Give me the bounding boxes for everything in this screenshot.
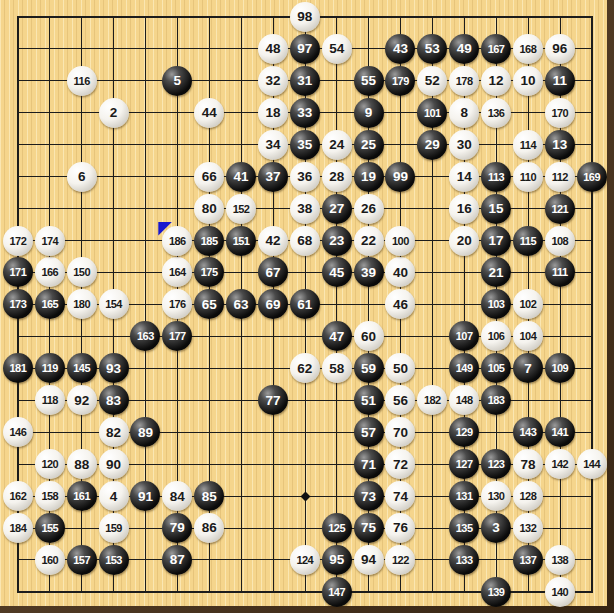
stone-white-136[interactable]: 136 <box>481 98 511 128</box>
stone-white-180[interactable]: 180 <box>67 289 97 319</box>
stone-white-158[interactable]: 158 <box>35 481 65 511</box>
stone-white-132[interactable]: 132 <box>513 513 543 543</box>
stone-white-38[interactable]: 38 <box>290 194 320 224</box>
stone-white-152[interactable]: 152 <box>226 194 256 224</box>
stone-white-52[interactable]: 52 <box>417 66 447 96</box>
stone-white-144[interactable]: 144 <box>577 449 607 479</box>
stone-black-69[interactable]: 69 <box>258 289 288 319</box>
stone-white-116[interactable]: 116 <box>67 66 97 96</box>
stone-white-96[interactable]: 96 <box>545 34 575 64</box>
stone-white-4[interactable]: 4 <box>99 481 129 511</box>
stone-black-127[interactable]: 127 <box>449 449 479 479</box>
stone-white-12[interactable]: 12 <box>481 66 511 96</box>
stone-black-147[interactable]: 147 <box>322 577 352 607</box>
stone-black-77[interactable]: 77 <box>258 385 288 415</box>
stone-white-20[interactable]: 20 <box>449 226 479 256</box>
stone-black-103[interactable]: 103 <box>481 289 511 319</box>
stone-black-113[interactable]: 113 <box>481 162 511 192</box>
stone-black-151[interactable]: 151 <box>226 226 256 256</box>
stone-black-139[interactable]: 139 <box>481 577 511 607</box>
stone-black-19[interactable]: 19 <box>354 162 384 192</box>
stone-black-121[interactable]: 121 <box>545 194 575 224</box>
stone-white-26[interactable]: 26 <box>354 194 384 224</box>
stone-white-44[interactable]: 44 <box>194 98 224 128</box>
stone-black-149[interactable]: 149 <box>449 353 479 383</box>
stone-black-87[interactable]: 87 <box>162 545 192 575</box>
stone-white-42[interactable]: 42 <box>258 226 288 256</box>
stone-black-67[interactable]: 67 <box>258 257 288 287</box>
stone-black-57[interactable]: 57 <box>354 417 384 447</box>
stone-black-17[interactable]: 17 <box>481 226 511 256</box>
stone-black-79[interactable]: 79 <box>162 513 192 543</box>
stone-black-93[interactable]: 93 <box>99 353 129 383</box>
stone-black-29[interactable]: 29 <box>417 130 447 160</box>
stone-black-141[interactable]: 141 <box>545 417 575 447</box>
stone-black-137[interactable]: 137 <box>513 545 543 575</box>
stone-black-175[interactable]: 175 <box>194 257 224 287</box>
stone-black-109[interactable]: 109 <box>545 353 575 383</box>
stone-white-154[interactable]: 154 <box>99 289 129 319</box>
stone-black-177[interactable]: 177 <box>162 321 192 351</box>
stone-white-184[interactable]: 184 <box>3 513 33 543</box>
stone-black-13[interactable]: 13 <box>545 130 575 160</box>
stone-white-112[interactable]: 112 <box>545 162 575 192</box>
stone-black-85[interactable]: 85 <box>194 481 224 511</box>
stone-black-167[interactable]: 167 <box>481 34 511 64</box>
stone-black-27[interactable]: 27 <box>322 194 352 224</box>
stone-white-124[interactable]: 124 <box>290 545 320 575</box>
stone-white-88[interactable]: 88 <box>67 449 97 479</box>
stone-black-33[interactable]: 33 <box>290 98 320 128</box>
stones-grid: 2345678910111213141516171819202122232425… <box>2 1 608 608</box>
stone-white-148[interactable]: 148 <box>449 385 479 415</box>
stone-black-145[interactable]: 145 <box>67 353 97 383</box>
stone-black-99[interactable]: 99 <box>385 162 415 192</box>
stone-white-102[interactable]: 102 <box>513 289 543 319</box>
stone-white-40[interactable]: 40 <box>385 257 415 287</box>
stone-black-155[interactable]: 155 <box>35 513 65 543</box>
stone-white-68[interactable]: 68 <box>290 226 320 256</box>
stone-white-28[interactable]: 28 <box>322 162 352 192</box>
stone-black-91[interactable]: 91 <box>130 481 160 511</box>
stone-white-108[interactable]: 108 <box>545 226 575 256</box>
stone-black-23[interactable]: 23 <box>322 226 352 256</box>
stone-black-75[interactable]: 75 <box>354 513 384 543</box>
stone-white-166[interactable]: 166 <box>35 257 65 287</box>
stone-white-128[interactable]: 128 <box>513 481 543 511</box>
stone-black-101[interactable]: 101 <box>417 98 447 128</box>
stone-black-169[interactable]: 169 <box>577 162 607 192</box>
stone-black-39[interactable]: 39 <box>354 257 384 287</box>
stone-white-182[interactable]: 182 <box>417 385 447 415</box>
stone-white-98[interactable]: 98 <box>290 2 320 32</box>
stone-white-18[interactable]: 18 <box>258 98 288 128</box>
stone-white-8[interactable]: 8 <box>449 98 479 128</box>
stone-white-86[interactable]: 86 <box>194 513 224 543</box>
stone-white-92[interactable]: 92 <box>67 385 97 415</box>
stone-white-74[interactable]: 74 <box>385 481 415 511</box>
stone-black-63[interactable]: 63 <box>226 289 256 319</box>
go-board[interactable]: 2345678910111213141516171819202122232425… <box>0 0 614 613</box>
stone-black-15[interactable]: 15 <box>481 194 511 224</box>
stone-white-62[interactable]: 62 <box>290 353 320 383</box>
stone-black-125[interactable]: 125 <box>322 513 352 543</box>
stone-white-104[interactable]: 104 <box>513 321 543 351</box>
stone-white-34[interactable]: 34 <box>258 130 288 160</box>
stone-black-9[interactable]: 9 <box>354 98 384 128</box>
stone-black-129[interactable]: 129 <box>449 417 479 447</box>
stone-black-21[interactable]: 21 <box>481 257 511 287</box>
stone-black-37[interactable]: 37 <box>258 162 288 192</box>
stone-white-50[interactable]: 50 <box>385 353 415 383</box>
stone-white-164[interactable]: 164 <box>162 257 192 287</box>
stone-white-120[interactable]: 120 <box>35 449 65 479</box>
stone-white-84[interactable]: 84 <box>162 481 192 511</box>
stone-white-146[interactable]: 146 <box>3 417 33 447</box>
stone-white-170[interactable]: 170 <box>545 98 575 128</box>
stone-white-150[interactable]: 150 <box>67 257 97 287</box>
stone-black-181[interactable]: 181 <box>3 353 33 383</box>
stone-white-94[interactable]: 94 <box>354 545 384 575</box>
stone-black-43[interactable]: 43 <box>385 34 415 64</box>
stone-white-110[interactable]: 110 <box>513 162 543 192</box>
stone-white-80[interactable]: 80 <box>194 194 224 224</box>
stone-black-59[interactable]: 59 <box>354 353 384 383</box>
stone-white-118[interactable]: 118 <box>35 385 65 415</box>
stone-white-22[interactable]: 22 <box>354 226 384 256</box>
stone-black-135[interactable]: 135 <box>449 513 479 543</box>
stone-white-114[interactable]: 114 <box>513 130 543 160</box>
stone-black-165[interactable]: 165 <box>35 289 65 319</box>
stone-white-32[interactable]: 32 <box>258 66 288 96</box>
stone-black-153[interactable]: 153 <box>99 545 129 575</box>
stone-white-14[interactable]: 14 <box>449 162 479 192</box>
stone-white-159[interactable]: 159 <box>99 513 129 543</box>
stone-black-49[interactable]: 49 <box>449 34 479 64</box>
stone-white-60[interactable]: 60 <box>354 321 384 351</box>
stone-black-47[interactable]: 47 <box>322 321 352 351</box>
stone-black-143[interactable]: 143 <box>513 417 543 447</box>
stone-black-51[interactable]: 51 <box>354 385 384 415</box>
stone-black-89[interactable]: 89 <box>130 417 160 447</box>
stone-white-58[interactable]: 58 <box>322 353 352 383</box>
stone-black-31[interactable]: 31 <box>290 66 320 96</box>
stone-black-183[interactable]: 183 <box>481 385 511 415</box>
stone-black-161[interactable]: 161 <box>67 481 97 511</box>
stone-white-142[interactable]: 142 <box>545 449 575 479</box>
stone-white-30[interactable]: 30 <box>449 130 479 160</box>
stone-black-35[interactable]: 35 <box>290 130 320 160</box>
stone-black-3[interactable]: 3 <box>481 513 511 543</box>
stone-black-111[interactable]: 111 <box>545 257 575 287</box>
stone-white-138[interactable]: 138 <box>545 545 575 575</box>
stone-black-173[interactable]: 173 <box>3 289 33 319</box>
stone-white-172[interactable]: 172 <box>3 226 33 256</box>
stone-black-157[interactable]: 157 <box>67 545 97 575</box>
stone-black-171[interactable]: 171 <box>3 257 33 287</box>
stone-black-185[interactable]: 185 <box>194 226 224 256</box>
stone-black-119[interactable]: 119 <box>35 353 65 383</box>
stone-white-46[interactable]: 46 <box>385 289 415 319</box>
stone-white-6[interactable]: 6 <box>67 162 97 192</box>
stone-black-105[interactable]: 105 <box>481 353 511 383</box>
stone-black-123[interactable]: 123 <box>481 449 511 479</box>
stone-white-176[interactable]: 176 <box>162 289 192 319</box>
stone-white-162[interactable]: 162 <box>3 481 33 511</box>
stone-white-2[interactable]: 2 <box>99 98 129 128</box>
stone-white-16[interactable]: 16 <box>449 194 479 224</box>
stone-white-178[interactable]: 178 <box>449 66 479 96</box>
stone-white-168[interactable]: 168 <box>513 34 543 64</box>
stone-black-71[interactable]: 71 <box>354 449 384 479</box>
stone-white-72[interactable]: 72 <box>385 449 415 479</box>
stone-white-76[interactable]: 76 <box>385 513 415 543</box>
stone-black-25[interactable]: 25 <box>354 130 384 160</box>
stone-black-97[interactable]: 97 <box>290 34 320 64</box>
stone-black-133[interactable]: 133 <box>449 545 479 575</box>
stone-black-163[interactable]: 163 <box>130 321 160 351</box>
stone-white-122[interactable]: 122 <box>385 545 415 575</box>
stone-white-24[interactable]: 24 <box>322 130 352 160</box>
stone-black-179[interactable]: 179 <box>385 66 415 96</box>
stone-white-54[interactable]: 54 <box>322 34 352 64</box>
stone-white-82[interactable]: 82 <box>99 417 129 447</box>
stone-white-70[interactable]: 70 <box>385 417 415 447</box>
stone-black-131[interactable]: 131 <box>449 481 479 511</box>
stone-white-174[interactable]: 174 <box>35 226 65 256</box>
last-move-marker <box>158 222 172 236</box>
stone-black-53[interactable]: 53 <box>417 34 447 64</box>
stone-black-55[interactable]: 55 <box>354 66 384 96</box>
stone-white-36[interactable]: 36 <box>290 162 320 192</box>
stone-white-160[interactable]: 160 <box>35 545 65 575</box>
stone-white-130[interactable]: 130 <box>481 481 511 511</box>
stone-black-11[interactable]: 11 <box>545 66 575 96</box>
stone-white-66[interactable]: 66 <box>194 162 224 192</box>
stone-black-115[interactable]: 115 <box>513 226 543 256</box>
stone-black-61[interactable]: 61 <box>290 289 320 319</box>
stone-black-41[interactable]: 41 <box>226 162 256 192</box>
stone-black-83[interactable]: 83 <box>99 385 129 415</box>
stone-white-140[interactable]: 140 <box>545 577 575 607</box>
stone-white-78[interactable]: 78 <box>513 449 543 479</box>
stone-black-95[interactable]: 95 <box>322 545 352 575</box>
board-frame-right <box>607 0 614 613</box>
stone-white-100[interactable]: 100 <box>385 226 415 256</box>
stone-black-107[interactable]: 107 <box>449 321 479 351</box>
stone-white-90[interactable]: 90 <box>99 449 129 479</box>
stone-black-7[interactable]: 7 <box>513 353 543 383</box>
stone-white-56[interactable]: 56 <box>385 385 415 415</box>
stone-white-186[interactable]: 186 <box>162 226 192 256</box>
stone-white-10[interactable]: 10 <box>513 66 543 96</box>
stone-black-65[interactable]: 65 <box>194 289 224 319</box>
stone-black-45[interactable]: 45 <box>322 257 352 287</box>
stone-white-106[interactable]: 106 <box>481 321 511 351</box>
stone-black-5[interactable]: 5 <box>162 66 192 96</box>
stone-black-73[interactable]: 73 <box>354 481 384 511</box>
stone-white-48[interactable]: 48 <box>258 34 288 64</box>
